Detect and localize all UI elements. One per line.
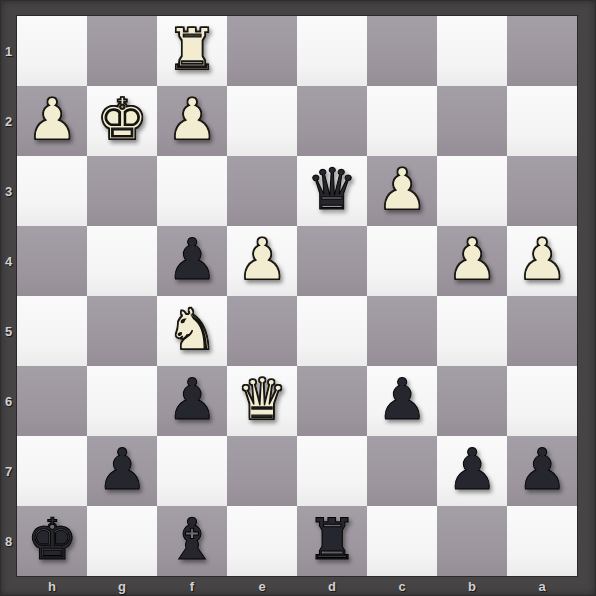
piece-black-pawn-b7[interactable]: ♟ — [446, 434, 497, 504]
piece-black-bishop-f8[interactable]: ♝ — [166, 504, 217, 574]
square-g6[interactable] — [87, 366, 157, 436]
square-h3[interactable] — [17, 156, 87, 226]
chess-board: ♜♟♚♟♛♟♟♟♟♟♞♟♛♟♟♟♟♚♝♜ — [17, 16, 577, 576]
square-c4[interactable] — [367, 226, 437, 296]
square-a7[interactable]: ♟ — [507, 436, 577, 506]
square-f2[interactable]: ♟ — [157, 86, 227, 156]
piece-black-king-h8[interactable]: ♚ — [26, 504, 77, 574]
file-label-h: h — [17, 577, 87, 596]
square-a3[interactable] — [507, 156, 577, 226]
piece-white-pawn-h2[interactable]: ♟ — [26, 84, 77, 154]
square-d2[interactable] — [297, 86, 367, 156]
piece-black-pawn-g7[interactable]: ♟ — [96, 434, 147, 504]
rank-label-8: 8 — [0, 506, 17, 576]
square-g7[interactable]: ♟ — [87, 436, 157, 506]
square-b1[interactable] — [437, 16, 507, 86]
piece-black-queen-d3[interactable]: ♛ — [306, 154, 357, 224]
square-g1[interactable] — [87, 16, 157, 86]
square-g5[interactable] — [87, 296, 157, 366]
square-b7[interactable]: ♟ — [437, 436, 507, 506]
square-b3[interactable] — [437, 156, 507, 226]
file-label-e: e — [227, 577, 297, 596]
square-c5[interactable] — [367, 296, 437, 366]
square-d8[interactable]: ♜ — [297, 506, 367, 576]
piece-black-rook-d8[interactable]: ♜ — [306, 504, 357, 574]
rank-label-6: 6 — [0, 366, 17, 436]
square-b4[interactable]: ♟ — [437, 226, 507, 296]
square-f7[interactable] — [157, 436, 227, 506]
piece-white-pawn-b4[interactable]: ♟ — [446, 224, 497, 294]
square-e8[interactable] — [227, 506, 297, 576]
chess-board-frame: 12345678 ♜♟♚♟♛♟♟♟♟♟♞♟♛♟♟♟♟♚♝♜ hgfedcba — [0, 0, 596, 596]
square-e1[interactable] — [227, 16, 297, 86]
file-label-d: d — [297, 577, 367, 596]
square-a8[interactable] — [507, 506, 577, 576]
square-e5[interactable] — [227, 296, 297, 366]
square-d4[interactable] — [297, 226, 367, 296]
rank-label-3: 3 — [0, 156, 17, 226]
square-h4[interactable] — [17, 226, 87, 296]
square-c3[interactable]: ♟ — [367, 156, 437, 226]
square-f8[interactable]: ♝ — [157, 506, 227, 576]
square-a5[interactable] — [507, 296, 577, 366]
square-e7[interactable] — [227, 436, 297, 506]
square-f1[interactable]: ♜ — [157, 16, 227, 86]
square-b2[interactable] — [437, 86, 507, 156]
piece-white-pawn-c3[interactable]: ♟ — [376, 154, 427, 224]
piece-white-pawn-a4[interactable]: ♟ — [516, 224, 567, 294]
square-f4[interactable]: ♟ — [157, 226, 227, 296]
piece-black-pawn-a7[interactable]: ♟ — [516, 434, 567, 504]
file-label-b: b — [437, 577, 507, 596]
square-h7[interactable] — [17, 436, 87, 506]
square-f3[interactable] — [157, 156, 227, 226]
square-e2[interactable] — [227, 86, 297, 156]
piece-white-pawn-f2[interactable]: ♟ — [166, 84, 217, 154]
piece-black-pawn-f6[interactable]: ♟ — [166, 364, 217, 434]
square-a1[interactable] — [507, 16, 577, 86]
file-label-a: a — [507, 577, 577, 596]
piece-white-knight-f5[interactable]: ♞ — [166, 294, 217, 364]
square-h2[interactable]: ♟ — [17, 86, 87, 156]
square-b5[interactable] — [437, 296, 507, 366]
square-f5[interactable]: ♞ — [157, 296, 227, 366]
square-f6[interactable]: ♟ — [157, 366, 227, 436]
piece-black-pawn-c6[interactable]: ♟ — [376, 364, 427, 434]
square-e3[interactable] — [227, 156, 297, 226]
square-a2[interactable] — [507, 86, 577, 156]
square-c7[interactable] — [367, 436, 437, 506]
square-d5[interactable] — [297, 296, 367, 366]
square-d6[interactable] — [297, 366, 367, 436]
square-c2[interactable] — [367, 86, 437, 156]
rank-label-4: 4 — [0, 226, 17, 296]
square-g2[interactable]: ♚ — [87, 86, 157, 156]
square-e4[interactable]: ♟ — [227, 226, 297, 296]
square-b6[interactable] — [437, 366, 507, 436]
piece-white-king-g2[interactable]: ♚ — [96, 84, 147, 154]
square-e6[interactable]: ♛ — [227, 366, 297, 436]
square-d7[interactable] — [297, 436, 367, 506]
square-a4[interactable]: ♟ — [507, 226, 577, 296]
file-labels: hgfedcba — [17, 577, 577, 596]
square-g4[interactable] — [87, 226, 157, 296]
square-h8[interactable]: ♚ — [17, 506, 87, 576]
rank-label-2: 2 — [0, 86, 17, 156]
square-a6[interactable] — [507, 366, 577, 436]
square-h1[interactable] — [17, 16, 87, 86]
square-c1[interactable] — [367, 16, 437, 86]
file-label-g: g — [87, 577, 157, 596]
piece-white-rook-f1[interactable]: ♜ — [166, 14, 217, 84]
square-g8[interactable] — [87, 506, 157, 576]
square-b8[interactable] — [437, 506, 507, 576]
file-label-f: f — [157, 577, 227, 596]
file-label-c: c — [367, 577, 437, 596]
square-c8[interactable] — [367, 506, 437, 576]
square-h6[interactable] — [17, 366, 87, 436]
rank-label-7: 7 — [0, 436, 17, 506]
rank-labels: 12345678 — [0, 16, 17, 576]
piece-white-pawn-e4[interactable]: ♟ — [236, 224, 287, 294]
square-d3[interactable]: ♛ — [297, 156, 367, 226]
rank-label-1: 1 — [0, 16, 17, 86]
piece-white-queen-e6[interactable]: ♛ — [236, 364, 287, 434]
square-c6[interactable]: ♟ — [367, 366, 437, 436]
rank-label-5: 5 — [0, 296, 17, 366]
square-h5[interactable] — [17, 296, 87, 366]
square-d1[interactable] — [297, 16, 367, 86]
piece-black-pawn-f4[interactable]: ♟ — [166, 224, 217, 294]
square-g3[interactable] — [87, 156, 157, 226]
